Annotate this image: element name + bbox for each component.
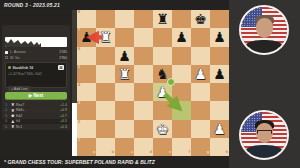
square-e7[interactable] — [153, 28, 172, 46]
file-coordinate: b — [112, 151, 114, 155]
square-b8[interactable] — [96, 10, 115, 28]
move-classification-badge — [167, 78, 175, 86]
square-g8[interactable] — [191, 10, 210, 28]
square-b4[interactable] — [96, 83, 115, 101]
rank-coordinate: 3 — [78, 102, 80, 106]
engine-box: Stockfish 16 24 +1.42 Rxa7 Nf3+ Kd2 + Ad… — [5, 62, 67, 88]
square-c8[interactable] — [115, 10, 134, 28]
rank-coordinate: 6 — [78, 48, 80, 52]
square-a7[interactable]: 7 — [77, 28, 96, 46]
line-move: Kd2 — [16, 114, 60, 118]
square-g7[interactable] — [191, 28, 210, 46]
square-c1[interactable]: c — [115, 138, 134, 156]
analysis-panel: ANALYSIS L. Aronian 2745 W. So 2760 Stoc… — [0, 10, 72, 156]
footer-bar: * GRAND CHESS TOUR: SUPERBET POLAND RAPI… — [0, 156, 229, 168]
square-h6[interactable] — [210, 47, 229, 65]
square-f8[interactable] — [172, 10, 191, 28]
square-h5[interactable] — [210, 65, 229, 83]
file-coordinate: e — [169, 151, 171, 155]
analysis-player-row-white[interactable]: L. Aronian 2745 — [5, 50, 67, 55]
square-c5[interactable] — [115, 65, 134, 83]
square-d1[interactable]: d — [134, 138, 153, 156]
engine-best-line[interactable]: +1.42 Rxa7 Nf3+ Kd2 — [8, 72, 64, 76]
square-e8[interactable] — [153, 10, 172, 28]
square-b6[interactable] — [96, 47, 115, 65]
square-a8[interactable]: 8 — [77, 10, 96, 28]
square-g3[interactable] — [191, 101, 210, 119]
square-d8[interactable] — [134, 10, 153, 28]
event-label: * GRAND CHESS TOUR: SUPERBET POLAND RAPI… — [4, 159, 155, 165]
engine-depth-badge: 24 — [58, 65, 64, 70]
square-g6[interactable] — [191, 47, 210, 65]
square-f2[interactable] — [172, 120, 191, 138]
square-a2[interactable]: 2 — [77, 120, 96, 138]
line-eval: +1.4 — [60, 103, 67, 107]
square-b5[interactable] — [96, 65, 115, 83]
analysis-player-value: 2760 — [59, 56, 67, 60]
line-move: h4 — [16, 119, 60, 123]
square-d6[interactable] — [134, 47, 153, 65]
square-h7[interactable] — [210, 28, 229, 46]
file-coordinate: h — [226, 151, 228, 155]
evaluation-bar — [72, 10, 77, 156]
square-h2[interactable] — [210, 120, 229, 138]
square-b3[interactable] — [96, 101, 115, 119]
square-h1[interactable]: h — [210, 138, 229, 156]
players-panel: GM LEVON ARONIAN USA · 2745 USA · 2760 G… — [229, 0, 300, 168]
engine-line-row[interactable]: 1.♜Rxa7+1.4 — [2, 102, 70, 108]
square-d2[interactable] — [134, 120, 153, 138]
square-a5[interactable]: 5 — [77, 65, 96, 83]
square-f6[interactable] — [172, 47, 191, 65]
square-e6[interactable] — [153, 47, 172, 65]
engine-line-row[interactable]: 5.♜Rc1+0.3 — [2, 124, 70, 130]
square-f1[interactable]: f — [172, 138, 191, 156]
engine-line-row[interactable]: 4.♟h4+0.5 — [2, 119, 70, 125]
analysis-player-name: L. Aronian — [10, 50, 57, 54]
square-d7[interactable] — [134, 28, 153, 46]
square-a6[interactable]: 6 — [77, 47, 96, 65]
rank-coordinate: 5 — [78, 66, 80, 70]
line-move: Rc1 — [16, 125, 60, 129]
broadcast-frame: ROUND 3 - 2023.05.21 ANALYSIS L. Aronian… — [0, 0, 300, 168]
rank-coordinate: 8 — [78, 11, 80, 15]
line-move: Rb8+ — [16, 108, 60, 112]
square-d5[interactable] — [134, 65, 153, 83]
rank-coordinate: 2 — [78, 121, 80, 125]
rank-coordinate: 4 — [78, 84, 80, 88]
square-g5[interactable] — [191, 65, 210, 83]
player-photo-so — [239, 110, 289, 160]
square-b1[interactable]: b — [96, 138, 115, 156]
square-c2[interactable] — [115, 120, 134, 138]
square-b7[interactable] — [96, 28, 115, 46]
glasses-icon — [257, 130, 272, 134]
square-h8[interactable] — [210, 10, 229, 28]
round-date-label: ROUND 3 - 2023.05.21 — [4, 2, 60, 8]
file-coordinate: c — [131, 151, 133, 155]
chess-board: 87654321abcdefgh♜♚♟♜♟♟♟♜♞♟♟♟♚♟ — [77, 10, 229, 156]
file-coordinate: a — [93, 151, 95, 155]
file-coordinate: f — [189, 151, 190, 155]
square-f4[interactable] — [172, 83, 191, 101]
engine-lines-list: 1.♜Rxa7+1.42.♜Rb8++0.93.♚Kd2+0.74.♟h4+0.… — [2, 102, 70, 130]
square-g2[interactable] — [191, 120, 210, 138]
file-coordinate: g — [207, 151, 209, 155]
engine-name: Stockfish 16 — [13, 66, 57, 70]
player-torso — [244, 40, 284, 55]
square-c3[interactable] — [115, 101, 134, 119]
analysis-player-row-black[interactable]: W. So 2760 — [5, 56, 67, 61]
add-line-button[interactable]: + Add Line — [8, 86, 31, 92]
file-coordinate: d — [150, 151, 152, 155]
rank-coordinate: 7 — [78, 29, 80, 33]
next-move-button[interactable]: ▶ Next — [5, 92, 67, 99]
square-d3[interactable] — [134, 101, 153, 119]
black-chip-icon — [5, 56, 8, 59]
engine-line-row[interactable]: 2.♜Rb8++0.9 — [2, 108, 70, 114]
white-chip-icon — [5, 51, 8, 54]
square-f3[interactable] — [172, 101, 191, 119]
square-e2[interactable] — [153, 120, 172, 138]
square-a1[interactable]: 1a — [77, 138, 96, 156]
player-torso — [244, 145, 284, 160]
square-e3[interactable] — [153, 101, 172, 119]
square-c4[interactable] — [115, 83, 134, 101]
line-eval: +0.9 — [60, 108, 67, 112]
engine-line-row[interactable]: 3.♚Kd2+0.7 — [2, 113, 70, 119]
square-h4[interactable] — [210, 83, 229, 101]
square-g4[interactable] — [191, 83, 210, 101]
top-bar: ROUND 3 - 2023.05.21 — [0, 0, 229, 10]
rank-coordinate: 1 — [78, 139, 80, 143]
line-move: Rxa7 — [16, 103, 60, 107]
analysis-player-value: 2745 — [59, 50, 67, 54]
square-b2[interactable] — [96, 120, 115, 138]
square-g1[interactable]: g — [191, 138, 210, 156]
square-d4[interactable] — [134, 83, 153, 101]
square-c6[interactable] — [115, 47, 134, 65]
player-face — [256, 18, 273, 38]
square-e1[interactable]: e — [153, 138, 172, 156]
engine-status-icon — [8, 66, 11, 69]
square-h3[interactable] — [210, 101, 229, 119]
square-f7[interactable] — [172, 28, 191, 46]
eval-graph[interactable] — [5, 37, 67, 47]
line-eval: +0.3 — [60, 125, 67, 129]
square-a3[interactable]: 3 — [77, 101, 96, 119]
line-eval: +0.7 — [60, 114, 67, 118]
line-eval: +0.5 — [60, 119, 67, 123]
player-photo-aronian — [239, 5, 289, 55]
square-a4[interactable]: 4 — [77, 83, 96, 101]
square-c7[interactable] — [115, 28, 134, 46]
analysis-player-name: W. So — [10, 56, 57, 60]
